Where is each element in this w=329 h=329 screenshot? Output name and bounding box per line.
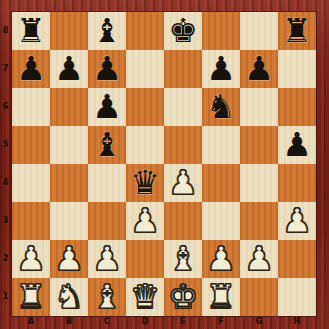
square-h3[interactable]: ♟ [278, 202, 316, 240]
piece-white-pawn[interactable]: ♟ [202, 240, 240, 278]
rank-label-2: 2 [0, 240, 11, 278]
square-g8[interactable] [240, 12, 278, 50]
square-c5[interactable]: ♝ [88, 126, 126, 164]
piece-white-bishop[interactable]: ♝ [88, 278, 126, 316]
square-f5[interactable] [202, 126, 240, 164]
piece-white-rook[interactable]: ♜ [202, 278, 240, 316]
piece-white-queen[interactable]: ♛ [126, 278, 164, 316]
square-d5[interactable] [126, 126, 164, 164]
piece-white-pawn[interactable]: ♟ [240, 240, 278, 278]
square-e8[interactable]: ♚ [164, 12, 202, 50]
file-label-b: B [50, 316, 88, 329]
square-h6[interactable] [278, 88, 316, 126]
piece-white-pawn[interactable]: ♟ [164, 164, 202, 202]
square-a8[interactable]: ♜ [12, 12, 50, 50]
square-d2[interactable] [126, 240, 164, 278]
square-a7[interactable]: ♟ [12, 50, 50, 88]
piece-black-pawn[interactable]: ♟ [88, 88, 126, 126]
piece-white-pawn[interactable]: ♟ [278, 202, 316, 240]
square-h4[interactable] [278, 164, 316, 202]
square-d7[interactable] [126, 50, 164, 88]
square-e2[interactable]: ♝ [164, 240, 202, 278]
square-g7[interactable]: ♟ [240, 50, 278, 88]
rank-label-3: 3 [0, 202, 11, 240]
square-a3[interactable] [12, 202, 50, 240]
file-label-h: H [278, 316, 316, 329]
square-e4[interactable]: ♟ [164, 164, 202, 202]
piece-white-pawn[interactable]: ♟ [126, 202, 164, 240]
square-b4[interactable] [50, 164, 88, 202]
square-b5[interactable] [50, 126, 88, 164]
square-h1[interactable] [278, 278, 316, 316]
square-d1[interactable]: ♛ [126, 278, 164, 316]
piece-white-pawn[interactable]: ♟ [88, 240, 126, 278]
square-a4[interactable] [12, 164, 50, 202]
piece-white-pawn[interactable]: ♟ [50, 240, 88, 278]
rank-label-7: 7 [0, 50, 11, 88]
square-g2[interactable]: ♟ [240, 240, 278, 278]
square-b3[interactable] [50, 202, 88, 240]
square-a1[interactable]: ♜ [12, 278, 50, 316]
rank-label-6: 6 [0, 88, 11, 126]
file-label-a: A [12, 316, 50, 329]
chessboard[interactable]: ♜♝♚♜♟♟♟♟♟♟♞♝♟♛♟♟♟♟♟♟♝♟♟♜♞♝♛♚♜ [12, 12, 316, 316]
rank-label-5: 5 [0, 126, 11, 164]
piece-black-king[interactable]: ♚ [164, 12, 202, 50]
square-f3[interactable] [202, 202, 240, 240]
square-e3[interactable] [164, 202, 202, 240]
square-a2[interactable]: ♟ [12, 240, 50, 278]
square-g6[interactable] [240, 88, 278, 126]
file-label-d: D [126, 316, 164, 329]
piece-black-pawn[interactable]: ♟ [88, 50, 126, 88]
square-d4[interactable]: ♛ [126, 164, 164, 202]
piece-black-knight[interactable]: ♞ [202, 88, 240, 126]
square-b8[interactable] [50, 12, 88, 50]
piece-black-pawn[interactable]: ♟ [240, 50, 278, 88]
square-c6[interactable]: ♟ [88, 88, 126, 126]
rank-label-8: 8 [0, 12, 11, 50]
piece-black-pawn[interactable]: ♟ [202, 50, 240, 88]
piece-black-pawn[interactable]: ♟ [278, 126, 316, 164]
file-label-g: G [240, 316, 278, 329]
piece-white-bishop[interactable]: ♝ [164, 240, 202, 278]
square-f4[interactable] [202, 164, 240, 202]
square-g5[interactable] [240, 126, 278, 164]
square-h8[interactable]: ♜ [278, 12, 316, 50]
piece-black-rook[interactable]: ♜ [12, 12, 50, 50]
rank-label-4: 4 [0, 164, 11, 202]
file-label-f: F [202, 316, 240, 329]
square-c2[interactable]: ♟ [88, 240, 126, 278]
piece-black-queen[interactable]: ♛ [126, 164, 164, 202]
square-f7[interactable]: ♟ [202, 50, 240, 88]
piece-white-rook[interactable]: ♜ [12, 278, 50, 316]
rank-label-1: 1 [0, 278, 11, 316]
square-f2[interactable]: ♟ [202, 240, 240, 278]
square-g3[interactable] [240, 202, 278, 240]
square-d8[interactable] [126, 12, 164, 50]
chessboard-frame: 87654321 ABCDEFGH ♜♝♚♜♟♟♟♟♟♟♞♝♟♛♟♟♟♟♟♟♝♟… [0, 0, 329, 329]
piece-white-knight[interactable]: ♞ [50, 278, 88, 316]
square-e7[interactable] [164, 50, 202, 88]
square-a5[interactable] [12, 126, 50, 164]
square-h2[interactable] [278, 240, 316, 278]
piece-black-rook[interactable]: ♜ [278, 12, 316, 50]
square-b7[interactable]: ♟ [50, 50, 88, 88]
piece-black-pawn[interactable]: ♟ [12, 50, 50, 88]
square-e5[interactable] [164, 126, 202, 164]
file-label-c: C [88, 316, 126, 329]
square-c1[interactable]: ♝ [88, 278, 126, 316]
square-g4[interactable] [240, 164, 278, 202]
square-c7[interactable]: ♟ [88, 50, 126, 88]
square-c8[interactable]: ♝ [88, 12, 126, 50]
square-b1[interactable]: ♞ [50, 278, 88, 316]
square-g1[interactable] [240, 278, 278, 316]
file-labels: ABCDEFGH [12, 316, 316, 329]
square-h5[interactable]: ♟ [278, 126, 316, 164]
square-c3[interactable] [88, 202, 126, 240]
square-b2[interactable]: ♟ [50, 240, 88, 278]
square-a6[interactable] [12, 88, 50, 126]
piece-black-bishop[interactable]: ♝ [88, 12, 126, 50]
square-c4[interactable] [88, 164, 126, 202]
square-e1[interactable]: ♚ [164, 278, 202, 316]
piece-black-pawn[interactable]: ♟ [50, 50, 88, 88]
square-f6[interactable]: ♞ [202, 88, 240, 126]
square-d3[interactable]: ♟ [126, 202, 164, 240]
square-f8[interactable] [202, 12, 240, 50]
square-b6[interactable] [50, 88, 88, 126]
rank-labels: 87654321 [0, 12, 12, 316]
square-f1[interactable]: ♜ [202, 278, 240, 316]
piece-white-king[interactable]: ♚ [164, 278, 202, 316]
square-d6[interactable] [126, 88, 164, 126]
square-e6[interactable] [164, 88, 202, 126]
piece-white-pawn[interactable]: ♟ [12, 240, 50, 278]
piece-black-bishop[interactable]: ♝ [88, 126, 126, 164]
square-h7[interactable] [278, 50, 316, 88]
file-label-e: E [164, 316, 202, 329]
